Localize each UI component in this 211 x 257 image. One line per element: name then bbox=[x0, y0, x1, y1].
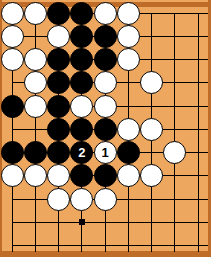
go-diagram: 21 bbox=[0, 0, 211, 257]
black-stone bbox=[1, 95, 24, 118]
white-stone bbox=[47, 164, 70, 187]
board-frame-right bbox=[208, 0, 211, 257]
black-stone bbox=[1, 141, 24, 164]
grid-vline bbox=[174, 13, 175, 252]
move-label: 2 bbox=[78, 146, 85, 159]
black-stone bbox=[47, 141, 70, 164]
white-stone bbox=[1, 2, 24, 25]
grid-vline bbox=[198, 13, 199, 252]
white-stone bbox=[24, 164, 47, 187]
white-stone bbox=[117, 25, 140, 48]
white-stone bbox=[117, 118, 140, 141]
white-stone bbox=[24, 71, 47, 94]
black-stone bbox=[70, 2, 93, 25]
move-label: 1 bbox=[101, 146, 108, 159]
black-stone bbox=[117, 141, 140, 164]
white-stone bbox=[94, 188, 117, 211]
black-stone bbox=[70, 71, 93, 94]
white-stone bbox=[94, 71, 117, 94]
white-stone bbox=[163, 141, 186, 164]
white-stone bbox=[70, 95, 93, 118]
white-stone bbox=[140, 164, 163, 187]
white-stone bbox=[94, 95, 117, 118]
white-stone bbox=[24, 48, 47, 71]
board-frame-bottom bbox=[0, 251, 211, 257]
white-stone bbox=[117, 48, 140, 71]
black-stone bbox=[94, 48, 117, 71]
black-stone bbox=[70, 118, 93, 141]
grid-hline bbox=[12, 245, 208, 246]
black-stone bbox=[47, 95, 70, 118]
white-stone: 1 bbox=[94, 141, 117, 164]
black-stone bbox=[47, 48, 70, 71]
white-stone bbox=[1, 164, 24, 187]
grid-hline bbox=[12, 222, 208, 223]
white-stone bbox=[117, 164, 140, 187]
white-stone bbox=[47, 188, 70, 211]
black-stone bbox=[94, 25, 117, 48]
black-stone bbox=[24, 141, 47, 164]
black-stone bbox=[47, 2, 70, 25]
white-stone bbox=[24, 95, 47, 118]
white-stone bbox=[47, 25, 70, 48]
white-stone bbox=[94, 2, 117, 25]
white-stone bbox=[140, 118, 163, 141]
white-stone bbox=[140, 71, 163, 94]
black-stone bbox=[70, 164, 93, 187]
black-stone bbox=[70, 48, 93, 71]
white-stone bbox=[24, 2, 47, 25]
black-stone bbox=[94, 164, 117, 187]
black-stone bbox=[70, 25, 93, 48]
black-stone bbox=[94, 118, 117, 141]
white-stone bbox=[1, 25, 24, 48]
black-stone bbox=[47, 71, 70, 94]
black-stone: 2 bbox=[70, 141, 93, 164]
white-stone bbox=[70, 188, 93, 211]
white-stone bbox=[1, 48, 24, 71]
black-stone bbox=[47, 118, 70, 141]
white-stone bbox=[117, 2, 140, 25]
hoshi-point bbox=[79, 219, 85, 225]
